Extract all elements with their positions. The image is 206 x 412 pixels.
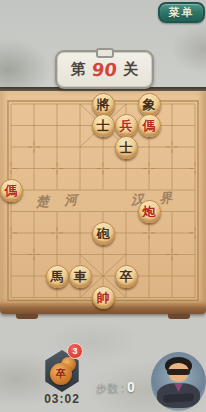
piece-black-將[interactable]: 將 xyxy=(92,93,115,116)
piece-black-象[interactable]: 象 xyxy=(138,93,161,116)
piece-red-傌[interactable]: 傌 xyxy=(0,179,23,202)
xiangqi-piece-icon: 卒 xyxy=(50,363,72,385)
piece-red-兵[interactable]: 兵 xyxy=(115,114,138,137)
piece-black-士[interactable]: 士 xyxy=(92,114,115,137)
piece-black-馬[interactable]: 馬 xyxy=(46,265,69,288)
steps-counter: 步数 : 0 xyxy=(96,379,135,396)
timer-text: 03:02 xyxy=(34,392,90,406)
item-count-value: 3 xyxy=(72,346,77,356)
level-banner: 第 90 关 xyxy=(55,50,154,89)
banner-top-tab xyxy=(96,48,114,58)
menu-button-label: 菜单 xyxy=(169,5,195,20)
piece-red-帥[interactable]: 帥 xyxy=(92,286,115,309)
game-screen: 菜单 第 90 关 楚 河 汉 界 將象士兵傌士傌炮砲馬車卒帥 卒 3 03:0… xyxy=(0,0,206,412)
river-label-left: 楚 河 xyxy=(36,191,84,211)
menu-button[interactable]: 菜单 xyxy=(158,2,205,23)
steps-separator: : xyxy=(121,382,124,394)
steps-value: 0 xyxy=(127,379,135,395)
level-suffix: 关 xyxy=(123,60,138,79)
player-avatar[interactable] xyxy=(151,352,206,411)
piece-black-車[interactable]: 車 xyxy=(69,265,92,288)
board-foot-right xyxy=(168,314,190,319)
item-count-badge: 3 xyxy=(67,343,83,359)
steps-label: 步数 xyxy=(96,381,118,396)
level-prefix: 第 xyxy=(71,60,86,79)
piece-black-砲[interactable]: 砲 xyxy=(92,222,115,245)
piece-black-卒[interactable]: 卒 xyxy=(115,265,138,288)
piece-red-傌[interactable]: 傌 xyxy=(138,114,161,137)
piece-red-炮[interactable]: 炮 xyxy=(138,200,161,223)
board-foot-left xyxy=(16,314,38,319)
level-number: 90 xyxy=(91,59,118,80)
avatar-sunglasses-icon xyxy=(167,369,190,375)
piece-black-士[interactable]: 士 xyxy=(115,136,138,159)
